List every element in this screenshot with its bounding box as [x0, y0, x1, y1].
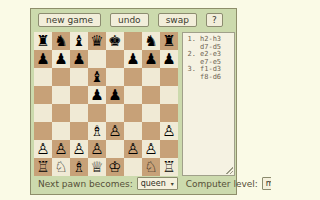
white-rook-icon: ♖: [162, 158, 175, 176]
square-f7[interactable]: ♟: [124, 50, 142, 68]
swap-button[interactable]: swap: [158, 13, 197, 27]
square-e2[interactable]: [106, 140, 124, 158]
square-e6[interactable]: [106, 68, 124, 86]
black-pawn-icon: ♟: [54, 50, 67, 68]
square-c4[interactable]: [70, 104, 88, 122]
black-move: f8-d6: [200, 74, 221, 82]
square-h4[interactable]: [160, 104, 178, 122]
square-f3[interactable]: [124, 122, 142, 140]
chess-app-panel: new game undo swap ? ♜♞♝♛♚♞♜♟♟♟♟♟♟♝♟♟♗♙♙…: [30, 8, 237, 195]
square-c1[interactable]: ♗: [70, 158, 88, 176]
white-rook-icon: ♖: [36, 158, 49, 176]
square-h2[interactable]: [160, 140, 178, 158]
square-c2[interactable]: ♙: [70, 140, 88, 158]
square-e3[interactable]: ♙: [106, 122, 124, 140]
chess-board: ♜♞♝♛♚♞♜♟♟♟♟♟♟♝♟♟♗♙♙♙♙♙♙♙♙♖♘♗♕♔♘♖: [34, 32, 178, 176]
square-b3[interactable]: [52, 122, 70, 140]
square-g2[interactable]: ♙: [142, 140, 160, 158]
square-f2[interactable]: ♙: [124, 140, 142, 158]
square-d3[interactable]: ♗: [88, 122, 106, 140]
square-g4[interactable]: [142, 104, 160, 122]
move-number: 3.: [185, 66, 196, 74]
black-pawn-icon: ♟: [72, 50, 85, 68]
square-a8[interactable]: ♜: [34, 32, 52, 50]
square-g3[interactable]: [142, 122, 160, 140]
black-bishop-icon: ♝: [72, 32, 85, 50]
square-d7[interactable]: [88, 50, 106, 68]
square-g7[interactable]: ♟: [142, 50, 160, 68]
square-g1[interactable]: ♘: [142, 158, 160, 176]
help-button[interactable]: ?: [206, 13, 223, 27]
black-rook-icon: ♜: [162, 32, 175, 50]
toolbar: new game undo swap ?: [38, 13, 232, 27]
black-pawn-icon: ♟: [126, 50, 139, 68]
promotion-label: Next pawn becomes:: [38, 179, 133, 189]
square-b5[interactable]: [52, 86, 70, 104]
white-pawn-icon: ♙: [144, 140, 157, 158]
move-number: [185, 74, 196, 82]
promotion-select-value: queen: [141, 179, 166, 188]
level-select-value: middling: [266, 179, 271, 188]
square-b2[interactable]: ♙: [52, 140, 70, 158]
square-f5[interactable]: [124, 86, 142, 104]
square-h3[interactable]: ♙: [160, 122, 178, 140]
square-d2[interactable]: ♙: [88, 140, 106, 158]
black-bishop-icon: ♝: [90, 68, 103, 86]
square-e8[interactable]: ♚: [106, 32, 124, 50]
square-b1[interactable]: ♘: [52, 158, 70, 176]
black-king-icon: ♚: [108, 32, 121, 50]
new-game-button[interactable]: new game: [38, 13, 101, 27]
white-bishop-icon: ♗: [72, 158, 85, 176]
level-select[interactable]: middling ▾: [262, 177, 271, 190]
square-b8[interactable]: ♞: [52, 32, 70, 50]
black-pawn-icon: ♟: [144, 50, 157, 68]
square-h1[interactable]: ♖: [160, 158, 178, 176]
square-a6[interactable]: [34, 68, 52, 86]
square-e7[interactable]: [106, 50, 124, 68]
level-label: Computer level:: [186, 179, 258, 189]
white-king-icon: ♔: [108, 158, 121, 176]
black-pawn-icon: ♟: [162, 50, 175, 68]
square-c7[interactable]: ♟: [70, 50, 88, 68]
square-e4[interactable]: [106, 104, 124, 122]
move-number: 1.: [185, 36, 196, 44]
square-f8[interactable]: [124, 32, 142, 50]
black-rook-icon: ♜: [36, 32, 49, 50]
white-pawn-icon: ♙: [72, 140, 85, 158]
square-a5[interactable]: [34, 86, 52, 104]
black-queen-icon: ♛: [90, 32, 103, 50]
square-b6[interactable]: [52, 68, 70, 86]
square-a2[interactable]: ♙: [34, 140, 52, 158]
square-d6[interactable]: ♝: [88, 68, 106, 86]
square-e5[interactable]: ♟: [106, 86, 124, 104]
square-g5[interactable]: [142, 86, 160, 104]
white-bishop-icon: ♗: [90, 122, 103, 140]
square-g6[interactable]: [142, 68, 160, 86]
chevron-down-icon: ▾: [171, 180, 174, 187]
square-d4[interactable]: [88, 104, 106, 122]
move-row: f8-d6: [183, 74, 234, 82]
white-knight-icon: ♘: [54, 158, 67, 176]
square-h6[interactable]: [160, 68, 178, 86]
black-pawn-icon: ♟: [90, 86, 103, 104]
square-d1[interactable]: ♕: [88, 158, 106, 176]
resize-grip-icon[interactable]: [226, 167, 233, 174]
white-pawn-icon: ♙: [54, 140, 67, 158]
square-b4[interactable]: [52, 104, 70, 122]
square-e1[interactable]: ♔: [106, 158, 124, 176]
black-pawn-icon: ♟: [108, 86, 121, 104]
square-a1[interactable]: ♖: [34, 158, 52, 176]
square-d8[interactable]: ♛: [88, 32, 106, 50]
square-c5[interactable]: [70, 86, 88, 104]
bottom-controls: Next pawn becomes: queen ▾ Computer leve…: [31, 175, 236, 192]
white-knight-icon: ♘: [144, 158, 157, 176]
square-a3[interactable]: [34, 122, 52, 140]
square-c6[interactable]: [70, 68, 88, 86]
square-h5[interactable]: [160, 86, 178, 104]
white-pawn-icon: ♙: [126, 140, 139, 158]
square-g8[interactable]: ♞: [142, 32, 160, 50]
square-b7[interactable]: ♟: [52, 50, 70, 68]
square-a4[interactable]: [34, 104, 52, 122]
square-f6[interactable]: [124, 68, 142, 86]
white-pawn-icon: ♙: [162, 122, 175, 140]
black-knight-icon: ♞: [54, 32, 67, 50]
white-pawn-icon: ♙: [36, 140, 49, 158]
white-queen-icon: ♕: [90, 158, 103, 176]
square-h8[interactable]: ♜: [160, 32, 178, 50]
square-d5[interactable]: ♟: [88, 86, 106, 104]
white-pawn-icon: ♙: [108, 122, 121, 140]
black-pawn-icon: ♟: [36, 50, 49, 68]
move-list[interactable]: 1. h2-h3 d7-d5 2. e2-e3 e7-e5 3. f1-d3 f…: [182, 32, 235, 176]
white-pawn-icon: ♙: [90, 140, 103, 158]
square-f4[interactable]: [124, 104, 142, 122]
undo-button[interactable]: undo: [110, 13, 149, 27]
square-c3[interactable]: [70, 122, 88, 140]
move-number: 2.: [185, 51, 196, 59]
square-c8[interactable]: ♝: [70, 32, 88, 50]
promotion-select[interactable]: queen ▾: [137, 177, 178, 190]
square-f1[interactable]: [124, 158, 142, 176]
square-a7[interactable]: ♟: [34, 50, 52, 68]
square-h7[interactable]: ♟: [160, 50, 178, 68]
black-knight-icon: ♞: [144, 32, 157, 50]
